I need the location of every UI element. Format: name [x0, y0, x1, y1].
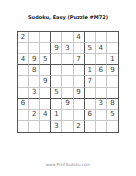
sudoku-cell-r7c8: 3: [96, 99, 107, 110]
sudoku-cell-r1c6: 4: [74, 32, 85, 43]
sudoku-cell-r4c7: 1: [85, 65, 96, 76]
sudoku-cell-r6c3: [40, 88, 51, 99]
sudoku-cell-r7c6: [74, 99, 85, 110]
sudoku-cell-r6c7: [85, 88, 96, 99]
sudoku-cell-r8c5: [62, 110, 73, 121]
sudoku-cell-r3c7: [85, 54, 96, 65]
sudoku-cell-r3c4: [51, 54, 62, 65]
sudoku-cell-r8c2: 2: [29, 110, 40, 121]
footer-url: www.PrintSudoku.com: [0, 162, 136, 167]
sudoku-cell-r4c8: 6: [96, 65, 107, 76]
sudoku-cell-r9c2: [29, 121, 40, 132]
sudoku-cell-r8c9: 5: [107, 110, 118, 121]
sudoku-cell-r5c3: 9: [40, 76, 51, 87]
sudoku-cell-r7c3: [40, 99, 51, 110]
sudoku-cell-r1c2: [29, 32, 40, 43]
sudoku-cell-r2c9: [107, 43, 118, 54]
sudoku-cell-r6c5: [62, 88, 73, 99]
sudoku-cell-r9c8: [96, 121, 107, 132]
sudoku-cell-r1c7: [85, 32, 96, 43]
sudoku-cell-r4c5: [62, 65, 73, 76]
sudoku-cell-r2c5: 3: [62, 43, 73, 54]
sudoku-cell-r6c8: [96, 88, 107, 99]
sudoku-cell-r9c7: [85, 121, 96, 132]
sudoku-cell-r1c8: [96, 32, 107, 43]
sudoku-cell-r6c9: [107, 88, 118, 99]
sudoku-cell-r1c5: [62, 32, 73, 43]
sudoku-cell-r5c2: [29, 76, 40, 87]
sudoku-cell-r9c9: [107, 121, 118, 132]
sudoku-cell-r3c6: 7: [74, 54, 85, 65]
sudoku-cell-r2c6: [74, 43, 85, 54]
sudoku-cell-r1c9: [107, 32, 118, 43]
sudoku-cell-r2c3: [40, 43, 51, 54]
sudoku-cell-r8c8: [96, 110, 107, 121]
sudoku-cell-r7c7: [85, 99, 96, 110]
sudoku-cell-r1c3: [40, 32, 51, 43]
sudoku-cell-r6c4: 5: [51, 88, 62, 99]
sudoku-cell-r3c9: 1: [107, 54, 118, 65]
sudoku-cell-r7c4: [51, 99, 62, 110]
sudoku-cell-r4c3: [40, 65, 51, 76]
sudoku-cell-r6c2: 3: [29, 88, 40, 99]
sudoku-cell-r9c5: [62, 121, 73, 132]
sudoku-cell-r3c2: 9: [29, 54, 40, 65]
sudoku-cell-r8c3: 4: [40, 110, 51, 121]
sudoku-cell-r4c4: [51, 65, 62, 76]
sudoku-cell-r9c3: [40, 121, 51, 132]
sudoku-cell-r1c1: 2: [18, 32, 29, 43]
sudoku-cell-r2c1: [18, 43, 29, 54]
sudoku-cell-r9c6: 2: [74, 121, 85, 132]
sudoku-cell-r7c1: 6: [18, 99, 29, 110]
sudoku-cell-r9c1: [18, 121, 29, 132]
sudoku-cell-r4c6: [74, 65, 85, 76]
sudoku-cell-r7c9: 8: [107, 99, 118, 110]
sudoku-cell-r9c4: 3: [51, 121, 62, 132]
sudoku-cell-r5c4: [51, 76, 62, 87]
sudoku-cell-r8c6: [74, 110, 85, 121]
sudoku-cell-r5c6: [74, 76, 85, 87]
sudoku-cell-r5c7: 7: [85, 76, 96, 87]
sudoku-cell-r4c9: 9: [107, 65, 118, 76]
sudoku-cell-r7c2: [29, 99, 40, 110]
sudoku-cell-r8c4: 1: [51, 110, 62, 121]
sudoku-cell-r2c2: [29, 43, 40, 54]
sudoku-cell-r4c1: [18, 65, 29, 76]
sudoku-cell-r8c1: [18, 110, 29, 121]
sudoku-board: 2493544957181699735969382416532: [17, 31, 119, 133]
sudoku-cell-r8c7: 6: [85, 110, 96, 121]
sudoku-cell-r2c8: 4: [96, 43, 107, 54]
sudoku-cell-r3c1: 4: [18, 54, 29, 65]
sudoku-cell-r3c5: [62, 54, 73, 65]
sudoku-cell-r2c7: 5: [85, 43, 96, 54]
sudoku-cell-r4c2: 8: [29, 65, 40, 76]
sudoku-cell-r2c4: 9: [51, 43, 62, 54]
sudoku-cell-r7c5: 9: [62, 99, 73, 110]
sudoku-cell-r6c6: 9: [74, 88, 85, 99]
sudoku-page: Sudoku, Easy (Puzzle #M72) 2493544957181…: [0, 0, 136, 176]
puzzle-title: Sudoku, Easy (Puzzle #M72): [0, 14, 136, 20]
sudoku-cell-r1c4: [51, 32, 62, 43]
sudoku-cell-r3c3: 5: [40, 54, 51, 65]
sudoku-cell-r5c9: [107, 76, 118, 87]
sudoku-cell-r5c8: [96, 76, 107, 87]
sudoku-cell-r5c5: [62, 76, 73, 87]
sudoku-cell-r5c1: [18, 76, 29, 87]
sudoku-cell-r3c8: [96, 54, 107, 65]
sudoku-cell-r6c1: [18, 88, 29, 99]
